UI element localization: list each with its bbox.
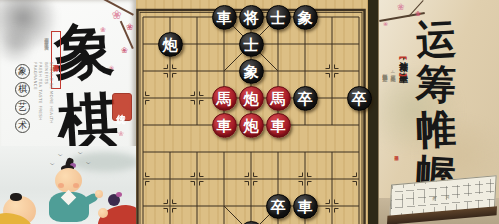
english-caption-line: SHOULD BE MORE HEALTH BENEFITS [44,62,54,132]
bird-icon: ︶ [86,160,91,166]
piece-red-車[interactable]: 車 [266,113,291,138]
circled-char: 棋 [15,82,30,97]
circled-char: 艺 [15,100,30,115]
subtitle-text: 计划筹谋，决胜千里 [399,55,409,68]
piece-red-炮[interactable]: 炮 [239,86,264,111]
ink-wash-blob [0,28,38,62]
circled-char: 象 [15,64,30,79]
piece-red-馬[interactable]: 馬 [212,86,237,111]
subtitle-column: 【计划筹谋，决胜千里】 [398,54,410,170]
children-illustration: ︶ ︶ ︶ ︶ ︶ [0,146,136,224]
title-char: 筹 [406,60,466,107]
close-bracket: 】 [399,68,409,69]
right-panel-title-calligraphy: 运 筹 帷 幄 [407,16,465,196]
xiangqi-poster: ❀ ❀ ❀ ❀ ❀ ❀ 象 棋 善弈者谋天下心 观棋不语真君子 落子无悔大丈夫 … [0,0,499,224]
circled-caption-column: 象 棋 艺 术 [15,64,31,136]
english-caption-line: FRESH TEA TASTE FRESH FRAGRANCE [33,62,43,132]
blossom-icon: ❀ [112,8,122,22]
bird-icon: ︶ [78,150,83,156]
piece-red-馬[interactable]: 馬 [266,86,291,111]
piece-black-士[interactable]: 士 [266,5,291,30]
right-poster-panel: ❀ ❀ ❀ 运 筹 帷 幄 【计划筹谋，决胜千里】 夫运筹帷幄之中 决胜千里之外… [378,0,499,224]
blossom-icon: ❀ [118,130,124,138]
piece-red-炮[interactable]: 炮 [239,113,264,138]
circled-char: 术 [15,118,30,133]
piece-black-車[interactable]: 車 [293,194,318,219]
piece-black-象[interactable]: 象 [293,5,318,30]
piece-black-車[interactable]: 車 [212,5,237,30]
source-quote-columns: 夫运筹帷幄之中 决胜千里之外 《史记·高祖本纪》 [382,70,396,162]
source-quote-line: 夫运筹帷幄之中 决胜千里之外 [382,70,388,162]
title-char: 运 [406,15,466,63]
title-char: 帷 [406,105,466,152]
piece-black-将[interactable]: 将 [239,5,264,30]
blossom-icon: ❀ [121,46,128,55]
piece-red-車[interactable]: 車 [212,113,237,138]
bird-icon: ︶ [58,152,63,158]
bird-icon: ︶ [50,161,55,167]
piece-black-卒[interactable]: 卒 [347,86,372,111]
piece-black-象[interactable]: 象 [239,59,264,84]
left-panel-title-calligraphy: 象 棋 [52,15,117,158]
piece-black-卒[interactable]: 卒 [293,86,318,111]
tradition-stamp: 传统 [112,93,132,121]
blossom-icon: ❀ [126,22,134,32]
piece-black-卒[interactable]: 卒 [266,194,291,219]
blossom-icon: ❀ [383,20,388,27]
piece-black-炮[interactable]: 炮 [158,32,183,57]
english-caption-column: FRESH TEA TASTE FRESH FRAGRANCE SHOULD B… [33,62,54,132]
title-char: 象 [52,15,114,88]
blossom-icon: ❀ [397,2,405,12]
left-poster-panel: ❀ ❀ ❀ ❀ ❀ ❀ 象 棋 善弈者谋天下心 观棋不语真君子 落子无悔大丈夫 … [0,0,136,224]
small-red-caption: 博弈千秋 [394,152,399,178]
xiangqi-board[interactable]: 車将士象炮士象馬炮馬卒卒車炮車卒車卒 [136,0,378,224]
piece-black-士[interactable]: 士 [239,32,264,57]
source-quote-line: 《史记·高祖本纪》 [390,70,396,130]
